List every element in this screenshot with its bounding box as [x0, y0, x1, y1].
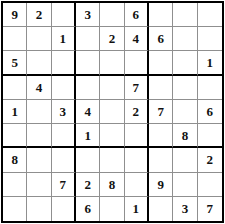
cell-r4c5[interactable] [100, 76, 124, 100]
cell-r3c1[interactable]: 5 [3, 51, 27, 75]
cell-r9c1[interactable] [3, 197, 27, 221]
sudoku-board: 923612465147134276188272896137 [1, 1, 224, 223]
cell-r7c8[interactable] [173, 148, 197, 172]
cell-r5c9[interactable]: 6 [198, 100, 222, 124]
cell-r8c5[interactable]: 8 [100, 173, 124, 197]
cell-r2c4[interactable] [76, 27, 100, 51]
cell-r6c3[interactable] [52, 124, 76, 148]
cell-r7c9[interactable]: 2 [198, 148, 222, 172]
cell-r4c4[interactable] [76, 76, 100, 100]
cell-r9c9[interactable]: 7 [198, 197, 222, 221]
cell-r5c6[interactable]: 2 [125, 100, 149, 124]
cell-r9c2[interactable] [27, 197, 51, 221]
cell-r1c4[interactable]: 3 [76, 3, 100, 27]
cell-r2c1[interactable] [3, 27, 27, 51]
cell-r9c5[interactable] [100, 197, 124, 221]
cell-r7c7[interactable] [149, 148, 173, 172]
cell-r3c6[interactable] [125, 51, 149, 75]
cell-r1c3[interactable] [52, 3, 76, 27]
cell-r6c2[interactable] [27, 124, 51, 148]
cell-r6c5[interactable] [100, 124, 124, 148]
cell-r8c7[interactable]: 9 [149, 173, 173, 197]
cell-r2c3[interactable]: 1 [52, 27, 76, 51]
cell-r9c4[interactable]: 6 [76, 197, 100, 221]
cell-r2c5[interactable]: 2 [100, 27, 124, 51]
cell-r7c6[interactable] [125, 148, 149, 172]
cell-r7c1[interactable]: 8 [3, 148, 27, 172]
cell-r2c8[interactable] [173, 27, 197, 51]
cell-r7c3[interactable] [52, 148, 76, 172]
cell-r5c3[interactable]: 3 [52, 100, 76, 124]
cell-r3c5[interactable] [100, 51, 124, 75]
cell-r5c2[interactable] [27, 100, 51, 124]
cell-r4c6[interactable]: 7 [125, 76, 149, 100]
cell-r6c7[interactable] [149, 124, 173, 148]
cell-r3c3[interactable] [52, 51, 76, 75]
cell-r2c2[interactable] [27, 27, 51, 51]
cell-r6c4[interactable]: 1 [76, 124, 100, 148]
cell-r9c6[interactable]: 1 [125, 197, 149, 221]
cell-r3c7[interactable] [149, 51, 173, 75]
cell-r5c1[interactable]: 1 [3, 100, 27, 124]
cell-r6c9[interactable] [198, 124, 222, 148]
cell-r5c7[interactable]: 7 [149, 100, 173, 124]
cell-r4c8[interactable] [173, 76, 197, 100]
cell-r8c1[interactable] [3, 173, 27, 197]
cell-r3c2[interactable] [27, 51, 51, 75]
cell-r8c3[interactable]: 7 [52, 173, 76, 197]
cell-r1c6[interactable]: 6 [125, 3, 149, 27]
cell-r8c2[interactable] [27, 173, 51, 197]
cell-r5c8[interactable] [173, 100, 197, 124]
cell-r2c7[interactable]: 6 [149, 27, 173, 51]
cell-r4c7[interactable] [149, 76, 173, 100]
cell-r1c1[interactable]: 9 [3, 3, 27, 27]
cell-r2c6[interactable]: 4 [125, 27, 149, 51]
cell-r3c4[interactable] [76, 51, 100, 75]
cell-r6c8[interactable]: 8 [173, 124, 197, 148]
cell-r4c2[interactable]: 4 [27, 76, 51, 100]
cell-r9c3[interactable] [52, 197, 76, 221]
cell-r1c7[interactable] [149, 3, 173, 27]
cell-r5c5[interactable] [100, 100, 124, 124]
cell-r3c8[interactable] [173, 51, 197, 75]
cell-r6c1[interactable] [3, 124, 27, 148]
cell-r3c9[interactable]: 1 [198, 51, 222, 75]
cell-r4c9[interactable] [198, 76, 222, 100]
cell-r8c8[interactable] [173, 173, 197, 197]
sudoku-page: 923612465147134276188272896137 [0, 0, 225, 224]
cell-r4c3[interactable] [52, 76, 76, 100]
cell-r2c9[interactable] [198, 27, 222, 51]
cell-r1c5[interactable] [100, 3, 124, 27]
cell-r9c8[interactable]: 3 [173, 197, 197, 221]
cell-r9c7[interactable] [149, 197, 173, 221]
cell-r1c9[interactable] [198, 3, 222, 27]
cell-r8c6[interactable] [125, 173, 149, 197]
cell-r8c9[interactable] [198, 173, 222, 197]
cell-r6c6[interactable] [125, 124, 149, 148]
cell-r7c2[interactable] [27, 148, 51, 172]
cell-r7c4[interactable] [76, 148, 100, 172]
cell-r1c2[interactable]: 2 [27, 3, 51, 27]
cell-r7c5[interactable] [100, 148, 124, 172]
cell-r1c8[interactable] [173, 3, 197, 27]
cell-r5c4[interactable]: 4 [76, 100, 100, 124]
cell-r4c1[interactable] [3, 76, 27, 100]
cell-r8c4[interactable]: 2 [76, 173, 100, 197]
